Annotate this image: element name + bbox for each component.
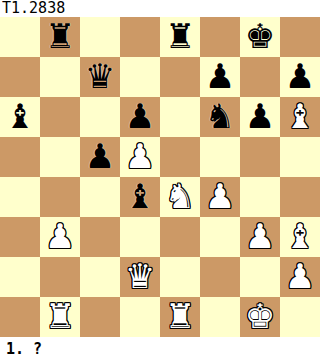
square-h6[interactable]: ♝ — [280, 97, 320, 137]
move-prompt: 1. ? — [0, 337, 320, 358]
square-d1[interactable] — [120, 297, 160, 337]
square-a4[interactable] — [0, 177, 40, 217]
white-rook-piece: ♜ — [165, 297, 195, 336]
square-b2[interactable] — [40, 257, 80, 297]
square-e1[interactable]: ♜ — [160, 297, 200, 337]
square-h2[interactable]: ♟ — [280, 257, 320, 297]
square-f4[interactable]: ♟ — [200, 177, 240, 217]
square-d8[interactable] — [120, 17, 160, 57]
square-a7[interactable] — [0, 57, 40, 97]
black-pawn-piece: ♟ — [285, 57, 315, 96]
square-g4[interactable] — [240, 177, 280, 217]
square-c4[interactable] — [80, 177, 120, 217]
white-bishop-piece: ♝ — [285, 217, 315, 256]
white-bishop-piece: ♝ — [285, 97, 315, 136]
white-knight-piece: ♞ — [165, 177, 195, 216]
square-g3[interactable]: ♟ — [240, 217, 280, 257]
square-h5[interactable] — [280, 137, 320, 177]
white-pawn-piece: ♟ — [285, 257, 315, 296]
white-rook-piece: ♜ — [45, 297, 75, 336]
square-c8[interactable] — [80, 17, 120, 57]
square-c3[interactable] — [80, 217, 120, 257]
black-knight-piece: ♞ — [205, 97, 235, 136]
square-g1[interactable]: ♚ — [240, 297, 280, 337]
square-b6[interactable] — [40, 97, 80, 137]
black-pawn-piece: ♟ — [205, 57, 235, 96]
square-a3[interactable] — [0, 217, 40, 257]
square-f3[interactable] — [200, 217, 240, 257]
square-g6[interactable]: ♟ — [240, 97, 280, 137]
square-e2[interactable] — [160, 257, 200, 297]
chess-puzzle-page: T1.2838 ♜♜♚♛♟♟♝♟♞♟♝♟♟♝♞♟♟♟♝♛♟♜♜♚ 1. ? — [0, 0, 320, 360]
square-a2[interactable] — [0, 257, 40, 297]
square-f5[interactable] — [200, 137, 240, 177]
square-c7[interactable]: ♛ — [80, 57, 120, 97]
white-pawn-piece: ♟ — [245, 217, 275, 256]
black-rook-piece: ♜ — [165, 17, 195, 56]
square-d2[interactable]: ♛ — [120, 257, 160, 297]
chess-board: ♜♜♚♛♟♟♝♟♞♟♝♟♟♝♞♟♟♟♝♛♟♜♜♚ — [0, 17, 320, 337]
square-c2[interactable] — [80, 257, 120, 297]
square-a8[interactable] — [0, 17, 40, 57]
square-f6[interactable]: ♞ — [200, 97, 240, 137]
square-f1[interactable] — [200, 297, 240, 337]
square-g7[interactable] — [240, 57, 280, 97]
square-e6[interactable] — [160, 97, 200, 137]
square-d3[interactable] — [120, 217, 160, 257]
square-g8[interactable]: ♚ — [240, 17, 280, 57]
black-rook-piece: ♜ — [45, 17, 75, 56]
square-b4[interactable] — [40, 177, 80, 217]
square-e8[interactable]: ♜ — [160, 17, 200, 57]
square-d5[interactable]: ♟ — [120, 137, 160, 177]
square-d4[interactable]: ♝ — [120, 177, 160, 217]
square-g2[interactable] — [240, 257, 280, 297]
square-b7[interactable] — [40, 57, 80, 97]
square-c5[interactable]: ♟ — [80, 137, 120, 177]
square-e4[interactable]: ♞ — [160, 177, 200, 217]
square-e3[interactable] — [160, 217, 200, 257]
black-pawn-piece: ♟ — [125, 97, 155, 136]
puzzle-id-title: T1.2838 — [0, 0, 320, 17]
square-b8[interactable]: ♜ — [40, 17, 80, 57]
square-g5[interactable] — [240, 137, 280, 177]
black-king-piece: ♚ — [245, 17, 275, 56]
square-h1[interactable] — [280, 297, 320, 337]
white-queen-piece: ♛ — [125, 257, 155, 296]
white-pawn-piece: ♟ — [45, 217, 75, 256]
square-a6[interactable]: ♝ — [0, 97, 40, 137]
square-h8[interactable] — [280, 17, 320, 57]
square-d7[interactable] — [120, 57, 160, 97]
black-queen-piece: ♛ — [85, 57, 115, 96]
square-c6[interactable] — [80, 97, 120, 137]
white-king-piece: ♚ — [245, 297, 275, 336]
square-f8[interactable] — [200, 17, 240, 57]
square-e5[interactable] — [160, 137, 200, 177]
square-e7[interactable] — [160, 57, 200, 97]
white-pawn-piece: ♟ — [205, 177, 235, 216]
square-h7[interactable]: ♟ — [280, 57, 320, 97]
white-pawn-piece: ♟ — [125, 137, 155, 176]
black-bishop-piece: ♝ — [5, 97, 35, 136]
square-b5[interactable] — [40, 137, 80, 177]
black-bishop-piece: ♝ — [125, 177, 155, 216]
square-h3[interactable]: ♝ — [280, 217, 320, 257]
square-c1[interactable] — [80, 297, 120, 337]
square-d6[interactable]: ♟ — [120, 97, 160, 137]
square-f2[interactable] — [200, 257, 240, 297]
black-pawn-piece: ♟ — [245, 97, 275, 136]
square-b1[interactable]: ♜ — [40, 297, 80, 337]
square-f7[interactable]: ♟ — [200, 57, 240, 97]
black-pawn-piece: ♟ — [85, 137, 115, 176]
square-a5[interactable] — [0, 137, 40, 177]
square-h4[interactable] — [280, 177, 320, 217]
square-b3[interactable]: ♟ — [40, 217, 80, 257]
square-a1[interactable] — [0, 297, 40, 337]
